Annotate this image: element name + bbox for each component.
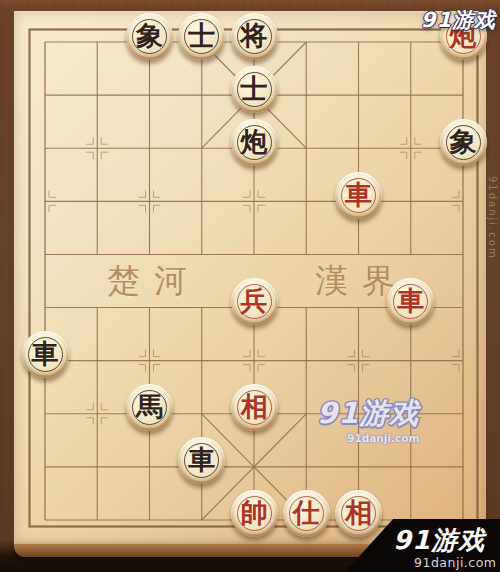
piece-glyph: 車 (335, 171, 382, 218)
91games-watermark-center: 91游戏 91danji.com (317, 394, 419, 444)
91games-logo-text-bottom: 91游戏 (393, 523, 485, 558)
piece-glyph: 士 (178, 12, 225, 59)
piece-glyph: 象 (440, 118, 487, 165)
piece-glyph: 将 (231, 12, 278, 59)
piece-glyph: 士 (231, 65, 278, 112)
piece-red-elephant[interactable]: 相 (231, 384, 278, 431)
piece-red-advisor[interactable]: 仕 (283, 490, 330, 537)
piece-red-king[interactable]: 帥 (231, 490, 278, 537)
piece-red-elephant[interactable]: 相 (335, 490, 382, 537)
piece-black-cannon[interactable]: 炮 (231, 119, 278, 166)
piece-black-advisor[interactable]: 士 (178, 13, 225, 60)
piece-red-chariot[interactable]: 車 (335, 172, 382, 219)
piece-black-chariot[interactable]: 車 (178, 437, 225, 484)
piece-glyph: 車 (178, 436, 225, 483)
piece-red-pawn[interactable]: 兵 (231, 278, 278, 325)
91games-logo-top-right: 91游戏 (421, 6, 496, 34)
91games-logo-text: 91游戏 (317, 394, 419, 434)
piece-black-general[interactable]: 将 (231, 13, 278, 60)
pieces-layer: 象士将炮士炮象車兵車車馬相車帥仕相 (0, 0, 500, 572)
piece-black-advisor[interactable]: 士 (231, 66, 278, 113)
91danji-vertical-watermark: 91danji.com (487, 176, 498, 260)
piece-glyph: 兵 (231, 277, 278, 324)
piece-glyph: 相 (335, 489, 382, 536)
piece-black-elephant[interactable]: 象 (126, 13, 173, 60)
piece-glyph: 相 (231, 383, 278, 430)
piece-black-horse[interactable]: 馬 (126, 384, 173, 431)
xiangqi-game-screen: 楚河 漢界 www.aoyouxi.com 象士将炮士炮象車兵車車馬相車帥仕相 … (0, 0, 500, 572)
piece-glyph: 馬 (126, 383, 173, 430)
piece-glyph: 車 (387, 277, 434, 324)
piece-red-chariot[interactable]: 車 (387, 278, 434, 325)
piece-glyph: 帥 (231, 489, 278, 536)
piece-glyph: 炮 (231, 118, 278, 165)
piece-black-elephant[interactable]: 象 (440, 119, 487, 166)
piece-glyph: 仕 (283, 489, 330, 536)
piece-glyph: 象 (126, 12, 173, 59)
91danji-site-text-bottom: 91danji.com (414, 555, 497, 570)
